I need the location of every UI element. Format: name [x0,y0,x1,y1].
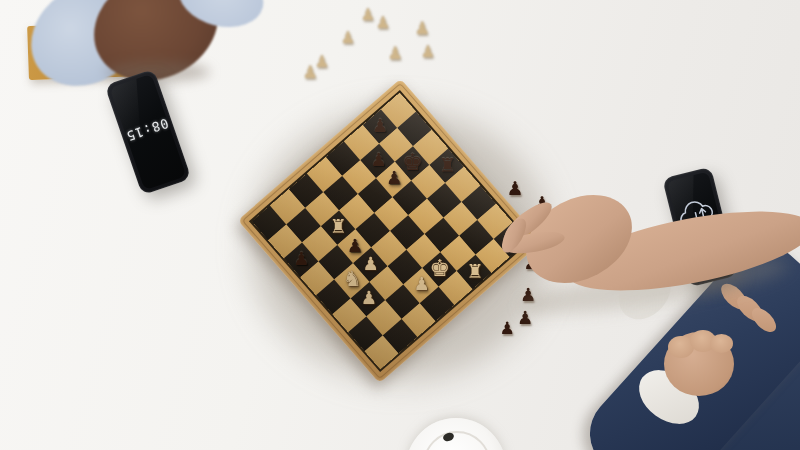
coffee-cup-lid [406,418,506,450]
square-c4[interactable] [339,194,374,229]
captured-white-pawn-2[interactable]: ♟ [376,15,390,31]
square-h5[interactable] [438,270,473,305]
cup-lid-ring [423,431,491,450]
piece-black-pawn-c6[interactable]: ♟ [386,170,402,188]
captured-black-pawn-1[interactable]: ♟ [506,179,523,198]
square-d4[interactable] [355,213,390,248]
square-d7[interactable] [411,164,446,199]
square-e3[interactable]: ♟ [353,247,388,282]
square-b1[interactable] [268,224,303,259]
square-h4[interactable] [420,286,455,321]
square-b4[interactable] [323,176,358,211]
square-g2[interactable] [367,300,402,335]
piece-white-rook-h6[interactable]: ♜ [466,262,483,281]
captured-white-pawn-4[interactable]: ♟ [341,30,355,46]
square-d2[interactable] [318,245,353,280]
captured-white-pawn-6[interactable]: ♟ [421,44,435,60]
square-f4[interactable] [388,249,423,284]
square-h1[interactable] [364,335,399,370]
square-f3[interactable] [369,266,404,301]
square-f6[interactable] [425,217,460,252]
piece-black-rook-d8[interactable]: ♜ [439,155,456,174]
square-h6[interactable]: ♜ [457,254,492,289]
square-g6[interactable] [441,236,476,271]
clock-display: 08:15 [124,115,170,144]
knuckle [710,334,733,353]
captured-white-pawn-5[interactable]: ♟ [387,45,402,62]
square-c7[interactable]: ♚ [395,146,430,181]
square-d6[interactable] [392,180,427,215]
square-e8[interactable] [445,167,480,202]
square-h2[interactable] [383,319,418,354]
square-g4[interactable]: ♟ [404,268,439,303]
piece-white-king-g5[interactable]: ♚ [430,257,451,280]
captured-white-pawn-1[interactable]: ♟ [361,7,375,23]
square-b5[interactable] [342,159,377,194]
square-f8[interactable] [462,185,497,220]
piece-black-pawn-b6[interactable]: ♟ [370,151,386,169]
square-c3[interactable]: ♜ [321,210,356,245]
square-a7[interactable]: ♟ [363,109,398,144]
square-c6[interactable]: ♟ [376,162,411,197]
square-g7[interactable] [459,220,494,255]
square-g3[interactable] [385,284,420,319]
square-c2[interactable] [302,226,337,261]
piece-black-pawn-d3[interactable]: ♟ [347,236,363,254]
captured-white-pawn-8[interactable]: ♟ [302,64,317,81]
square-a5[interactable] [326,141,361,176]
square-e6[interactable] [408,199,443,234]
square-d3[interactable]: ♟ [337,229,372,264]
square-h3[interactable] [401,303,436,338]
square-b3[interactable] [305,192,340,227]
square-d8[interactable]: ♜ [429,148,464,183]
square-b2[interactable] [286,208,321,243]
piece-white-knight-e2[interactable]: ♞ [343,269,362,290]
tabletop-scene: 08:15 ♟♟♟♟♟♟♟♟ ♜♟♚♟♟♜♚♟♜♟♟♞♟♟ ♟♟♟♟♟♟ [0,0,800,450]
piece-white-pawn-g4[interactable]: ♟ [413,276,429,294]
square-a3[interactable] [289,173,324,208]
piece-black-pawn-a7[interactable]: ♟ [372,117,388,135]
square-b6[interactable]: ♟ [360,143,395,178]
square-e7[interactable] [427,183,462,218]
square-c1[interactable]: ♟ [284,242,319,277]
square-f1[interactable] [332,298,367,333]
piece-white-rook-c3[interactable]: ♜ [330,217,347,236]
square-g5[interactable]: ♚ [422,252,457,287]
square-c5[interactable] [358,178,393,213]
square-e5[interactable] [390,215,425,250]
square-a6[interactable] [344,125,379,160]
square-e2[interactable]: ♞ [335,263,370,298]
captured-white-pawn-3[interactable]: ♟ [414,20,429,37]
square-a2[interactable] [270,189,305,224]
piece-black-king-c7[interactable]: ♚ [402,151,423,174]
square-e1[interactable] [316,279,351,314]
piece-white-pawn-f2[interactable]: ♟ [360,289,376,307]
square-a8[interactable] [381,93,416,128]
square-f5[interactable] [406,233,441,268]
piece-black-pawn-c1[interactable]: ♟ [294,250,310,268]
square-g1[interactable] [348,316,383,351]
captured-black-pawn-6[interactable]: ♟ [499,320,514,337]
square-a4[interactable] [307,157,342,192]
square-d5[interactable] [374,196,409,231]
square-e4[interactable] [372,231,407,266]
square-b7[interactable] [379,127,414,162]
square-f2[interactable]: ♟ [351,282,386,317]
square-b8[interactable] [397,111,432,146]
square-d1[interactable] [300,261,335,296]
square-f7[interactable] [443,201,478,236]
square-c8[interactable] [413,130,448,165]
piece-white-pawn-e3[interactable]: ♟ [363,255,379,273]
square-a1[interactable] [252,205,287,240]
